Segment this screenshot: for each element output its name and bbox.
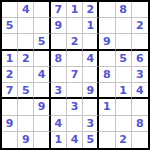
cell-r6c3-empty[interactable]: [34, 83, 50, 99]
cell-r1c2-given-digit[interactable]: 4: [18, 2, 34, 18]
cell-r4c8-given-digit[interactable]: 5: [116, 51, 132, 67]
cell-r5c9-given-digit[interactable]: 3: [132, 67, 148, 83]
cell-r8c6-given-digit[interactable]: 3: [83, 116, 99, 132]
cell-r9c1-empty[interactable]: [2, 132, 18, 148]
cell-r9c2-given-digit[interactable]: 9: [18, 132, 34, 148]
cell-r5c2-empty[interactable]: [18, 67, 34, 83]
cell-r1c7-empty[interactable]: [99, 2, 115, 18]
cell-r4c9-given-digit[interactable]: 6: [132, 51, 148, 67]
cell-r6c4-given-digit[interactable]: 3: [51, 83, 67, 99]
cell-r7c3-given-digit[interactable]: 9: [34, 99, 50, 115]
cell-r3c5-given-digit[interactable]: 2: [67, 34, 83, 50]
cell-r5c8-empty[interactable]: [116, 67, 132, 83]
cell-r8c2-empty[interactable]: [18, 116, 34, 132]
cell-r8c4-given-digit[interactable]: 4: [51, 116, 67, 132]
cell-r3c2-empty[interactable]: [18, 34, 34, 50]
cell-r8c7-empty[interactable]: [99, 116, 115, 132]
cell-r7c8-empty[interactable]: [116, 99, 132, 115]
cell-r9c8-given-digit[interactable]: 2: [116, 132, 132, 148]
cell-r2c3-empty[interactable]: [34, 18, 50, 34]
cell-r3c4-empty[interactable]: [51, 34, 67, 50]
cell-r2c2-empty[interactable]: [18, 18, 34, 34]
cell-r6c6-given-digit[interactable]: 9: [83, 83, 99, 99]
cell-r9c6-given-digit[interactable]: 5: [83, 132, 99, 148]
cell-r2c8-empty[interactable]: [116, 18, 132, 34]
cell-r5c1-given-digit[interactable]: 2: [2, 67, 18, 83]
cell-r8c1-given-digit[interactable]: 9: [2, 116, 18, 132]
cell-r7c2-empty[interactable]: [18, 99, 34, 115]
cell-r3c9-empty[interactable]: [132, 34, 148, 50]
cell-r9c9-empty[interactable]: [132, 132, 148, 148]
cell-r1c8-given-digit[interactable]: 8: [116, 2, 132, 18]
cell-r7c1-empty[interactable]: [2, 99, 18, 115]
cell-r3c8-empty[interactable]: [116, 34, 132, 50]
cell-r1c1-empty[interactable]: [2, 2, 18, 18]
cell-r6c9-given-digit[interactable]: 4: [132, 83, 148, 99]
cell-r4c4-given-digit[interactable]: 8: [51, 51, 67, 67]
cell-r5c6-empty[interactable]: [83, 67, 99, 83]
cell-r7c7-given-digit[interactable]: 1: [99, 99, 115, 115]
cell-r4c2-given-digit[interactable]: 2: [18, 51, 34, 67]
cell-r2c6-given-digit[interactable]: 1: [83, 18, 99, 34]
cell-r6c8-given-digit[interactable]: 1: [116, 83, 132, 99]
cell-r7c4-empty[interactable]: [51, 99, 67, 115]
cell-r1c3-empty[interactable]: [34, 2, 50, 18]
cell-r5c7-given-digit[interactable]: 8: [99, 67, 115, 83]
cell-r5c4-empty[interactable]: [51, 67, 67, 83]
cell-r3c1-empty[interactable]: [2, 34, 18, 50]
cell-r6c7-empty[interactable]: [99, 83, 115, 99]
cell-r2c1-given-digit[interactable]: 5: [2, 18, 18, 34]
cell-r9c3-empty[interactable]: [34, 132, 50, 148]
cell-r8c9-given-digit[interactable]: 8: [132, 116, 148, 132]
cell-r8c3-empty[interactable]: [34, 116, 50, 132]
sudoku-board: 4712859125291284562478375391493194389145…: [0, 0, 150, 150]
cell-r6c1-given-digit[interactable]: 7: [2, 83, 18, 99]
cell-r2c5-empty[interactable]: [67, 18, 83, 34]
cell-r1c9-empty[interactable]: [132, 2, 148, 18]
cell-r3c3-given-digit[interactable]: 5: [34, 34, 50, 50]
cell-r4c5-empty[interactable]: [67, 51, 83, 67]
cell-r7c6-empty[interactable]: [83, 99, 99, 115]
cell-r5c3-given-digit[interactable]: 4: [34, 67, 50, 83]
cell-r6c2-given-digit[interactable]: 5: [18, 83, 34, 99]
cell-r2c9-given-digit[interactable]: 2: [132, 18, 148, 34]
cell-r3c6-empty[interactable]: [83, 34, 99, 50]
cell-r3c7-given-digit[interactable]: 9: [99, 34, 115, 50]
cell-r7c5-given-digit[interactable]: 3: [67, 99, 83, 115]
cell-r1c5-given-digit[interactable]: 1: [67, 2, 83, 18]
cell-r9c4-given-digit[interactable]: 1: [51, 132, 67, 148]
cell-r1c6-given-digit[interactable]: 2: [83, 2, 99, 18]
cell-r4c7-empty[interactable]: [99, 51, 115, 67]
cell-r8c5-empty[interactable]: [67, 116, 83, 132]
cell-r5c5-given-digit[interactable]: 7: [67, 67, 83, 83]
cell-r1c4-given-digit[interactable]: 7: [51, 2, 67, 18]
cell-r2c4-given-digit[interactable]: 9: [51, 18, 67, 34]
cell-r4c6-given-digit[interactable]: 4: [83, 51, 99, 67]
cell-r8c8-empty[interactable]: [116, 116, 132, 132]
cell-r4c3-empty[interactable]: [34, 51, 50, 67]
cell-r2c7-empty[interactable]: [99, 18, 115, 34]
cell-r9c5-given-digit[interactable]: 4: [67, 132, 83, 148]
cell-r4c1-given-digit[interactable]: 1: [2, 51, 18, 67]
cell-r6c5-empty[interactable]: [67, 83, 83, 99]
cell-r7c9-empty[interactable]: [132, 99, 148, 115]
cell-r9c7-empty[interactable]: [99, 132, 115, 148]
